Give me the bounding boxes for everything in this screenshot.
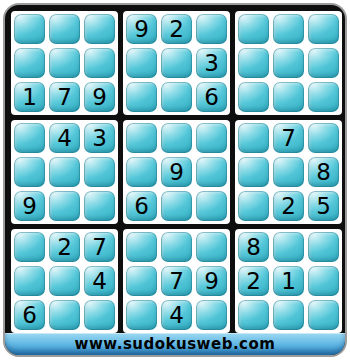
cell-r4c2[interactable]: 4 — [49, 123, 80, 153]
cell-r6c7[interactable] — [238, 191, 269, 221]
cell-r8c4[interactable] — [126, 266, 157, 296]
box-2-1: 439 — [11, 120, 118, 224]
cell-r5c7[interactable] — [238, 157, 269, 187]
cell-r7c3[interactable]: 7 — [84, 232, 115, 262]
sudoku-board: 17992364399678252746794821 — [11, 11, 342, 333]
cell-r1c5[interactable]: 2 — [161, 14, 192, 44]
cell-r3c8[interactable] — [273, 82, 304, 112]
cell-r6c6[interactable] — [196, 191, 227, 221]
cell-r3c7[interactable] — [238, 82, 269, 112]
cell-r8c3[interactable]: 4 — [84, 266, 115, 296]
cell-r4c3[interactable]: 3 — [84, 123, 115, 153]
cell-r3c2[interactable]: 7 — [49, 82, 80, 112]
cell-r9c6[interactable] — [196, 300, 227, 330]
cell-r1c1[interactable] — [14, 14, 45, 44]
cell-r9c9[interactable] — [308, 300, 339, 330]
cell-r4c8[interactable]: 7 — [273, 123, 304, 153]
cell-r2c2[interactable] — [49, 48, 80, 78]
cell-r7c9[interactable] — [308, 232, 339, 262]
cell-r4c7[interactable] — [238, 123, 269, 153]
box-1-1: 179 — [11, 11, 118, 115]
cell-r6c3[interactable] — [84, 191, 115, 221]
cell-r1c7[interactable] — [238, 14, 269, 44]
cell-r4c1[interactable] — [14, 123, 45, 153]
cell-r6c2[interactable] — [49, 191, 80, 221]
cell-r1c2[interactable] — [49, 14, 80, 44]
cell-r9c5[interactable]: 4 — [161, 300, 192, 330]
cell-r7c6[interactable] — [196, 232, 227, 262]
cell-r2c1[interactable] — [14, 48, 45, 78]
cell-r8c7[interactable]: 2 — [238, 266, 269, 296]
cell-r8c9[interactable] — [308, 266, 339, 296]
box-3-2: 794 — [123, 229, 230, 333]
cell-r5c8[interactable] — [273, 157, 304, 187]
cell-r6c1[interactable]: 9 — [14, 191, 45, 221]
cell-r2c9[interactable] — [308, 48, 339, 78]
cell-r3c6[interactable]: 6 — [196, 82, 227, 112]
cell-r1c8[interactable] — [273, 14, 304, 44]
cell-r2c4[interactable] — [126, 48, 157, 78]
cell-r2c7[interactable] — [238, 48, 269, 78]
box-2-2: 96 — [123, 120, 230, 224]
cell-r8c2[interactable] — [49, 266, 80, 296]
cell-r1c4[interactable]: 9 — [126, 14, 157, 44]
cell-r9c7[interactable] — [238, 300, 269, 330]
cell-r5c9[interactable]: 8 — [308, 157, 339, 187]
cell-r2c3[interactable] — [84, 48, 115, 78]
box-2-3: 7825 — [235, 120, 342, 224]
footer-bar: www.sudokusweb.com — [5, 333, 345, 355]
cell-r1c3[interactable] — [84, 14, 115, 44]
sudoku-frame: 17992364399678252746794821 www.sudokuswe… — [3, 3, 347, 357]
box-3-1: 2746 — [11, 229, 118, 333]
cell-r9c8[interactable] — [273, 300, 304, 330]
cell-r6c5[interactable] — [161, 191, 192, 221]
cell-r7c7[interactable]: 8 — [238, 232, 269, 262]
site-url[interactable]: www.sudokusweb.com — [75, 335, 276, 353]
cell-r2c6[interactable]: 3 — [196, 48, 227, 78]
cell-r5c6[interactable] — [196, 157, 227, 187]
cell-r9c4[interactable] — [126, 300, 157, 330]
cell-r5c3[interactable] — [84, 157, 115, 187]
cell-r2c8[interactable] — [273, 48, 304, 78]
box-3-3: 821 — [235, 229, 342, 333]
cell-r5c4[interactable] — [126, 157, 157, 187]
box-1-2: 9236 — [123, 11, 230, 115]
cell-r9c1[interactable]: 6 — [14, 300, 45, 330]
cell-r8c5[interactable]: 7 — [161, 266, 192, 296]
cell-r3c3[interactable]: 9 — [84, 82, 115, 112]
cell-r3c1[interactable]: 1 — [14, 82, 45, 112]
cell-r8c6[interactable]: 9 — [196, 266, 227, 296]
cell-r7c2[interactable]: 2 — [49, 232, 80, 262]
box-1-3 — [235, 11, 342, 115]
cell-r5c5[interactable]: 9 — [161, 157, 192, 187]
cell-r3c4[interactable] — [126, 82, 157, 112]
cell-r3c5[interactable] — [161, 82, 192, 112]
cell-r9c3[interactable] — [84, 300, 115, 330]
cell-r1c9[interactable] — [308, 14, 339, 44]
cell-r8c8[interactable]: 1 — [273, 266, 304, 296]
cell-r7c5[interactable] — [161, 232, 192, 262]
cell-r3c9[interactable] — [308, 82, 339, 112]
cell-r7c4[interactable] — [126, 232, 157, 262]
cell-r5c2[interactable] — [49, 157, 80, 187]
cell-r7c1[interactable] — [14, 232, 45, 262]
cell-r8c1[interactable] — [14, 266, 45, 296]
cell-r4c6[interactable] — [196, 123, 227, 153]
cell-r4c4[interactable] — [126, 123, 157, 153]
cell-r5c1[interactable] — [14, 157, 45, 187]
cell-r9c2[interactable] — [49, 300, 80, 330]
cell-r6c9[interactable]: 5 — [308, 191, 339, 221]
cell-r1c6[interactable] — [196, 14, 227, 44]
cell-r7c8[interactable] — [273, 232, 304, 262]
cell-r4c5[interactable] — [161, 123, 192, 153]
cell-r6c8[interactable]: 2 — [273, 191, 304, 221]
cell-r6c4[interactable]: 6 — [126, 191, 157, 221]
cell-r2c5[interactable] — [161, 48, 192, 78]
cell-r4c9[interactable] — [308, 123, 339, 153]
